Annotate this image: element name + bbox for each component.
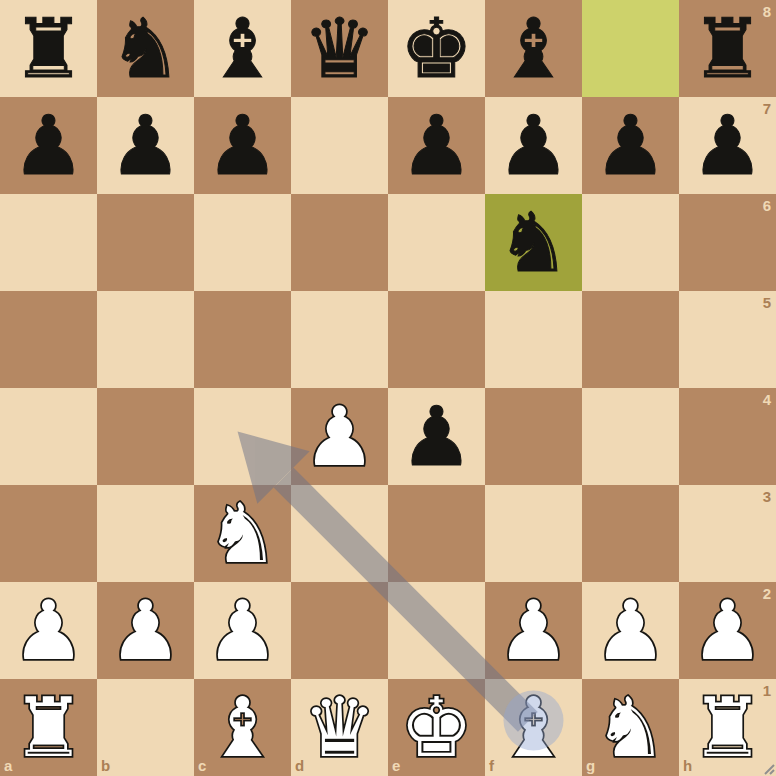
black-pawn-piece[interactable]: ♟ bbox=[388, 388, 485, 485]
white-pawn-piece[interactable]: ♟ bbox=[0, 582, 97, 679]
square-g1[interactable]: ♞g bbox=[582, 679, 679, 776]
square-a5[interactable] bbox=[0, 291, 97, 388]
square-g6[interactable] bbox=[582, 194, 679, 291]
square-h6[interactable]: 6 bbox=[679, 194, 776, 291]
square-b8[interactable]: ♞ bbox=[97, 0, 194, 97]
square-e4[interactable]: ♟ bbox=[388, 388, 485, 485]
square-g3[interactable] bbox=[582, 485, 679, 582]
white-king-piece[interactable]: ♚ bbox=[388, 679, 485, 776]
square-e7[interactable]: ♟ bbox=[388, 97, 485, 194]
square-h5[interactable]: 5 bbox=[679, 291, 776, 388]
square-a4[interactable] bbox=[0, 388, 97, 485]
square-c4[interactable] bbox=[194, 388, 291, 485]
black-pawn-piece[interactable]: ♟ bbox=[0, 97, 97, 194]
white-pawn-piece[interactable]: ♟ bbox=[582, 582, 679, 679]
black-bishop-piece[interactable]: ♝ bbox=[485, 0, 582, 97]
file-label-b: b bbox=[101, 758, 110, 773]
square-d3[interactable] bbox=[291, 485, 388, 582]
square-f1[interactable]: ♝f bbox=[485, 679, 582, 776]
white-knight-piece[interactable]: ♞ bbox=[582, 679, 679, 776]
square-d8[interactable]: ♛ bbox=[291, 0, 388, 97]
square-e1[interactable]: ♚e bbox=[388, 679, 485, 776]
rank-label-6: 6 bbox=[763, 198, 771, 213]
square-e8[interactable]: ♚ bbox=[388, 0, 485, 97]
black-pawn-piece[interactable]: ♟ bbox=[97, 97, 194, 194]
rank-label-4: 4 bbox=[763, 392, 771, 407]
square-a7[interactable]: ♟ bbox=[0, 97, 97, 194]
square-c8[interactable]: ♝ bbox=[194, 0, 291, 97]
white-pawn-piece[interactable]: ♟ bbox=[291, 388, 388, 485]
black-bishop-piece[interactable]: ♝ bbox=[194, 0, 291, 97]
chess-board-wrap: ♜♞♝♛♚♝♜8♟♟♟♟♟♟♟7♞65♟♟4♞3♟♟♟♟♟♟2♜ab♝c♛d♚e… bbox=[0, 0, 776, 776]
black-pawn-piece[interactable]: ♟ bbox=[485, 97, 582, 194]
square-d5[interactable] bbox=[291, 291, 388, 388]
white-bishop-piece[interactable]: ♝ bbox=[485, 679, 582, 776]
rank-label-3: 3 bbox=[763, 489, 771, 504]
board-resize-handle-icon[interactable] bbox=[759, 759, 775, 775]
square-b5[interactable] bbox=[97, 291, 194, 388]
square-b4[interactable] bbox=[97, 388, 194, 485]
square-e5[interactable] bbox=[388, 291, 485, 388]
square-f6[interactable]: ♞ bbox=[485, 194, 582, 291]
resize-line-2 bbox=[770, 770, 774, 774]
square-f3[interactable] bbox=[485, 485, 582, 582]
square-h2[interactable]: ♟2 bbox=[679, 582, 776, 679]
square-g8[interactable] bbox=[582, 0, 679, 97]
square-c3[interactable]: ♞ bbox=[194, 485, 291, 582]
square-a3[interactable] bbox=[0, 485, 97, 582]
square-e2[interactable] bbox=[388, 582, 485, 679]
square-f7[interactable]: ♟ bbox=[485, 97, 582, 194]
black-rook-piece[interactable]: ♜ bbox=[679, 0, 776, 97]
white-bishop-piece[interactable]: ♝ bbox=[194, 679, 291, 776]
square-e6[interactable] bbox=[388, 194, 485, 291]
white-pawn-piece[interactable]: ♟ bbox=[194, 582, 291, 679]
white-rook-piece[interactable]: ♜ bbox=[0, 679, 97, 776]
square-a2[interactable]: ♟ bbox=[0, 582, 97, 679]
white-queen-piece[interactable]: ♛ bbox=[291, 679, 388, 776]
square-b6[interactable] bbox=[97, 194, 194, 291]
square-d6[interactable] bbox=[291, 194, 388, 291]
black-pawn-piece[interactable]: ♟ bbox=[388, 97, 485, 194]
white-pawn-piece[interactable]: ♟ bbox=[679, 582, 776, 679]
square-a8[interactable]: ♜ bbox=[0, 0, 97, 97]
square-h4[interactable]: 4 bbox=[679, 388, 776, 485]
square-c7[interactable]: ♟ bbox=[194, 97, 291, 194]
white-knight-piece[interactable]: ♞ bbox=[194, 485, 291, 582]
square-c2[interactable]: ♟ bbox=[194, 582, 291, 679]
black-pawn-piece[interactable]: ♟ bbox=[582, 97, 679, 194]
black-knight-piece[interactable]: ♞ bbox=[485, 194, 582, 291]
square-f8[interactable]: ♝ bbox=[485, 0, 582, 97]
rank-label-5: 5 bbox=[763, 295, 771, 310]
square-b7[interactable]: ♟ bbox=[97, 97, 194, 194]
black-pawn-piece[interactable]: ♟ bbox=[194, 97, 291, 194]
square-c1[interactable]: ♝c bbox=[194, 679, 291, 776]
square-c5[interactable] bbox=[194, 291, 291, 388]
square-f5[interactable] bbox=[485, 291, 582, 388]
white-pawn-piece[interactable]: ♟ bbox=[97, 582, 194, 679]
square-f4[interactable] bbox=[485, 388, 582, 485]
black-queen-piece[interactable]: ♛ bbox=[291, 0, 388, 97]
square-b1[interactable]: b bbox=[97, 679, 194, 776]
square-d4[interactable]: ♟ bbox=[291, 388, 388, 485]
square-a1[interactable]: ♜a bbox=[0, 679, 97, 776]
square-g2[interactable]: ♟ bbox=[582, 582, 679, 679]
square-b3[interactable] bbox=[97, 485, 194, 582]
square-f2[interactable]: ♟ bbox=[485, 582, 582, 679]
black-knight-piece[interactable]: ♞ bbox=[97, 0, 194, 97]
square-c6[interactable] bbox=[194, 194, 291, 291]
black-rook-piece[interactable]: ♜ bbox=[0, 0, 97, 97]
square-h7[interactable]: ♟7 bbox=[679, 97, 776, 194]
square-g5[interactable] bbox=[582, 291, 679, 388]
black-pawn-piece[interactable]: ♟ bbox=[679, 97, 776, 194]
white-pawn-piece[interactable]: ♟ bbox=[485, 582, 582, 679]
square-g4[interactable] bbox=[582, 388, 679, 485]
square-d1[interactable]: ♛d bbox=[291, 679, 388, 776]
chess-board: ♜♞♝♛♚♝♜8♟♟♟♟♟♟♟7♞65♟♟4♞3♟♟♟♟♟♟2♜ab♝c♛d♚e… bbox=[0, 0, 776, 776]
square-a6[interactable] bbox=[0, 194, 97, 291]
square-b2[interactable]: ♟ bbox=[97, 582, 194, 679]
square-h3[interactable]: 3 bbox=[679, 485, 776, 582]
square-g7[interactable]: ♟ bbox=[582, 97, 679, 194]
square-d7[interactable] bbox=[291, 97, 388, 194]
square-h8[interactable]: ♜8 bbox=[679, 0, 776, 97]
square-d2[interactable] bbox=[291, 582, 388, 679]
black-king-piece[interactable]: ♚ bbox=[388, 0, 485, 97]
square-e3[interactable] bbox=[388, 485, 485, 582]
